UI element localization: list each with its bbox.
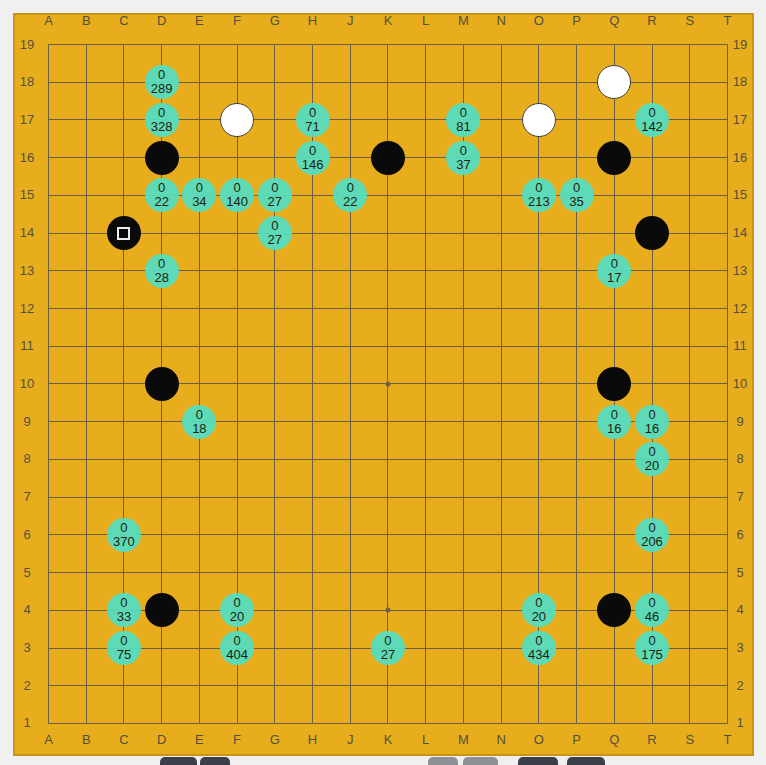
marker-visits: 206: [641, 535, 663, 549]
marker-top-value: 0: [648, 596, 655, 610]
coordinate-label-left: 5: [23, 566, 30, 580]
marker-top-value: 0: [611, 408, 618, 422]
coordinate-label-bottom: D: [157, 733, 166, 747]
marker-visits: 328: [151, 120, 173, 134]
coordinate-label-top: S: [685, 14, 694, 28]
analysis-marker[interactable]: 020: [522, 593, 556, 627]
coordinate-label-left: 14: [20, 226, 34, 240]
board-grid[interactable]: 0289032807108101420146037022034014002702…: [48, 44, 728, 724]
coordinate-label-top: M: [458, 14, 469, 28]
coordinate-label-bottom: R: [647, 733, 656, 747]
coordinate-label-right: 19: [733, 38, 747, 52]
coordinate-label-bottom: T: [723, 733, 731, 747]
marker-top-value: 0: [196, 181, 203, 195]
go-app-screen: 0289032807108101420146037022034014002702…: [0, 0, 766, 765]
marker-top-value: 0: [535, 634, 542, 648]
coordinate-label-left: 13: [20, 264, 34, 278]
analysis-marker[interactable]: 027: [258, 178, 292, 212]
analysis-marker[interactable]: 022: [333, 178, 367, 212]
coordinate-label-top: G: [270, 14, 280, 28]
marker-visits: 27: [381, 648, 395, 662]
coordinate-label-right: 13: [733, 264, 747, 278]
analysis-marker[interactable]: 081: [446, 103, 480, 137]
analysis-marker[interactable]: 0175: [635, 631, 669, 665]
marker-top-value: 0: [611, 257, 618, 271]
marker-visits: 289: [151, 82, 173, 96]
marker-visits: 33: [117, 610, 131, 624]
coordinate-label-right: 7: [736, 490, 743, 504]
coordinate-label-top: B: [82, 14, 91, 28]
marker-visits: 28: [154, 271, 168, 285]
bottom-toolbar: [0, 756, 766, 765]
marker-top-value: 0: [648, 634, 655, 648]
coordinate-label-right: 17: [733, 113, 747, 127]
coordinate-label-bottom: P: [572, 733, 581, 747]
coordinate-label-right: 16: [733, 151, 747, 165]
marker-top-value: 0: [648, 445, 655, 459]
coordinate-label-bottom: E: [195, 733, 204, 747]
marker-top-value: 0: [158, 181, 165, 195]
analysis-marker[interactable]: 0142: [635, 103, 669, 137]
coordinate-label-right: 1: [736, 716, 743, 730]
marker-visits: 20: [230, 610, 244, 624]
marker-visits: 20: [645, 459, 659, 473]
coordinate-label-bottom: C: [119, 733, 128, 747]
coordinate-label-top: L: [422, 14, 429, 28]
coordinate-label-left: 17: [20, 113, 34, 127]
coordinate-label-right: 2: [736, 679, 743, 693]
marker-top-value: 0: [233, 634, 240, 648]
star-point: [385, 608, 390, 613]
coordinate-label-bottom: G: [270, 733, 280, 747]
marker-visits: 81: [456, 120, 470, 134]
coordinate-label-left: 18: [20, 75, 34, 89]
stone-white[interactable]: [522, 103, 556, 137]
toolbar-button[interactable]: [567, 757, 605, 765]
stone-black[interactable]: [597, 593, 631, 627]
coordinate-label-right: 9: [736, 415, 743, 429]
stone-black[interactable]: [371, 141, 405, 175]
analysis-marker[interactable]: 0328: [145, 103, 179, 137]
stone-black[interactable]: [145, 367, 179, 401]
marker-visits: 17: [607, 271, 621, 285]
coordinate-label-top: T: [723, 14, 731, 28]
analysis-marker[interactable]: 037: [446, 141, 480, 175]
marker-visits: 34: [192, 195, 206, 209]
coordinate-label-right: 15: [733, 188, 747, 202]
stone-black[interactable]: [635, 216, 669, 250]
coordinate-label-right: 4: [736, 603, 743, 617]
coordinate-label-left: 10: [20, 377, 34, 391]
last-move-marker: [117, 227, 130, 240]
marker-top-value: 0: [120, 596, 127, 610]
marker-visits: 18: [192, 422, 206, 436]
marker-visits: 16: [645, 422, 659, 436]
coordinate-label-top: A: [44, 14, 53, 28]
coordinate-label-top: R: [647, 14, 656, 28]
stone-black[interactable]: [597, 367, 631, 401]
analysis-marker[interactable]: 0289: [145, 65, 179, 99]
marker-visits: 22: [343, 195, 357, 209]
marker-visits: 46: [645, 610, 659, 624]
marker-top-value: 0: [233, 181, 240, 195]
marker-visits: 27: [268, 195, 282, 209]
coordinate-label-bottom: M: [458, 733, 469, 747]
stone-black[interactable]: [107, 216, 141, 250]
marker-visits: 404: [226, 648, 248, 662]
analysis-marker[interactable]: 0404: [220, 631, 254, 665]
coordinate-label-top: F: [233, 14, 241, 28]
coordinate-label-bottom: H: [308, 733, 317, 747]
analysis-marker[interactable]: 0370: [107, 518, 141, 552]
marker-visits: 22: [154, 195, 168, 209]
stone-black[interactable]: [145, 593, 179, 627]
coordinate-label-top: J: [347, 14, 354, 28]
marker-top-value: 0: [158, 257, 165, 271]
marker-visits: 434: [528, 648, 550, 662]
marker-visits: 71: [305, 120, 319, 134]
coordinate-label-left: 15: [20, 188, 34, 202]
coordinate-label-top: D: [157, 14, 166, 28]
star-point: [385, 381, 390, 386]
marker-top-value: 0: [460, 106, 467, 120]
coordinate-label-top: N: [496, 14, 505, 28]
coordinate-label-left: 2: [23, 679, 30, 693]
analysis-marker[interactable]: 020: [220, 593, 254, 627]
marker-top-value: 0: [535, 181, 542, 195]
analysis-marker[interactable]: 0434: [522, 631, 556, 665]
marker-visits: 213: [528, 195, 550, 209]
toolbar-button[interactable]: [463, 757, 498, 765]
analysis-marker[interactable]: 046: [635, 593, 669, 627]
marker-top-value: 0: [384, 634, 391, 648]
marker-visits: 146: [302, 158, 324, 172]
coordinate-label-bottom: N: [496, 733, 505, 747]
coordinate-label-bottom: Q: [609, 733, 619, 747]
coordinate-label-right: 8: [736, 452, 743, 466]
coordinate-label-bottom: J: [347, 733, 354, 747]
coordinate-label-top: P: [572, 14, 581, 28]
marker-top-value: 0: [573, 181, 580, 195]
coordinate-label-left: 1: [23, 716, 30, 730]
coordinate-label-bottom: A: [44, 733, 53, 747]
toolbar-button[interactable]: [200, 757, 230, 765]
coordinate-label-top: Q: [609, 14, 619, 28]
marker-top-value: 0: [648, 408, 655, 422]
analysis-marker[interactable]: 035: [560, 178, 594, 212]
marker-top-value: 0: [347, 181, 354, 195]
marker-visits: 35: [569, 195, 583, 209]
marker-top-value: 0: [271, 181, 278, 195]
marker-visits: 27: [268, 233, 282, 247]
coordinate-label-right: 6: [736, 528, 743, 542]
marker-top-value: 0: [648, 521, 655, 535]
marker-visits: 20: [532, 610, 546, 624]
analysis-marker[interactable]: 028: [145, 254, 179, 288]
coordinate-label-top: E: [195, 14, 204, 28]
coordinate-label-right: 5: [736, 566, 743, 580]
coordinate-label-left: 8: [23, 452, 30, 466]
marker-visits: 75: [117, 648, 131, 662]
stone-black[interactable]: [145, 141, 179, 175]
stone-black[interactable]: [597, 141, 631, 175]
analysis-marker[interactable]: 020: [635, 442, 669, 476]
coordinate-label-right: 12: [733, 302, 747, 316]
coordinate-label-bottom: F: [233, 733, 241, 747]
marker-top-value: 0: [271, 219, 278, 233]
coordinate-label-bottom: L: [422, 733, 429, 747]
coordinate-label-right: 18: [733, 75, 747, 89]
coordinate-label-bottom: O: [534, 733, 544, 747]
marker-top-value: 0: [233, 596, 240, 610]
marker-top-value: 0: [158, 68, 165, 82]
marker-visits: 175: [641, 648, 663, 662]
coordinate-label-right: 10: [733, 377, 747, 391]
marker-top-value: 0: [648, 106, 655, 120]
marker-visits: 37: [456, 158, 470, 172]
marker-visits: 140: [226, 195, 248, 209]
coordinate-label-top: K: [384, 14, 393, 28]
coordinate-label-right: 3: [736, 641, 743, 655]
coordinate-label-left: 16: [20, 151, 34, 165]
marker-visits: 16: [607, 422, 621, 436]
analysis-marker[interactable]: 034: [182, 178, 216, 212]
coordinate-label-top: H: [308, 14, 317, 28]
coordinate-label-top: C: [119, 14, 128, 28]
stone-white[interactable]: [597, 65, 631, 99]
coordinate-label-top: O: [534, 14, 544, 28]
marker-top-value: 0: [120, 521, 127, 535]
coordinate-label-bottom: S: [685, 733, 694, 747]
analysis-marker[interactable]: 0140: [220, 178, 254, 212]
analysis-marker[interactable]: 016: [597, 405, 631, 439]
coordinate-label-left: 11: [20, 339, 34, 353]
analysis-marker[interactable]: 018: [182, 405, 216, 439]
marker-top-value: 0: [158, 106, 165, 120]
marker-top-value: 0: [196, 408, 203, 422]
analysis-marker[interactable]: 033: [107, 593, 141, 627]
coordinate-label-left: 19: [20, 38, 34, 52]
marker-top-value: 0: [309, 106, 316, 120]
coordinate-label-left: 7: [23, 490, 30, 504]
analysis-marker[interactable]: 0206: [635, 518, 669, 552]
toolbar-button[interactable]: [160, 757, 197, 765]
marker-visits: 370: [113, 535, 135, 549]
analysis-marker[interactable]: 0213: [522, 178, 556, 212]
coordinate-label-left: 3: [23, 641, 30, 655]
marker-top-value: 0: [309, 144, 316, 158]
toolbar-button[interactable]: [518, 757, 558, 765]
coordinate-label-bottom: K: [384, 733, 393, 747]
coordinate-label-left: 12: [20, 302, 34, 316]
analysis-marker[interactable]: 027: [371, 631, 405, 665]
analysis-marker[interactable]: 022: [145, 178, 179, 212]
analysis-marker[interactable]: 075: [107, 631, 141, 665]
analysis-marker[interactable]: 016: [635, 405, 669, 439]
analysis-marker[interactable]: 027: [258, 216, 292, 250]
go-board-panel: 0289032807108101420146037022034014002702…: [13, 13, 754, 756]
stone-white[interactable]: [220, 103, 254, 137]
coordinate-label-left: 9: [23, 415, 30, 429]
analysis-marker[interactable]: 071: [296, 103, 330, 137]
analysis-marker[interactable]: 0146: [296, 141, 330, 175]
coordinate-label-right: 14: [733, 226, 747, 240]
coordinate-label-left: 4: [23, 603, 30, 617]
toolbar-button[interactable]: [428, 757, 458, 765]
marker-top-value: 0: [460, 144, 467, 158]
coordinate-label-right: 11: [733, 339, 747, 353]
marker-visits: 142: [641, 120, 663, 134]
marker-top-value: 0: [120, 634, 127, 648]
marker-top-value: 0: [535, 596, 542, 610]
analysis-marker[interactable]: 017: [597, 254, 631, 288]
coordinate-label-left: 6: [23, 528, 30, 542]
coordinate-label-bottom: B: [82, 733, 91, 747]
